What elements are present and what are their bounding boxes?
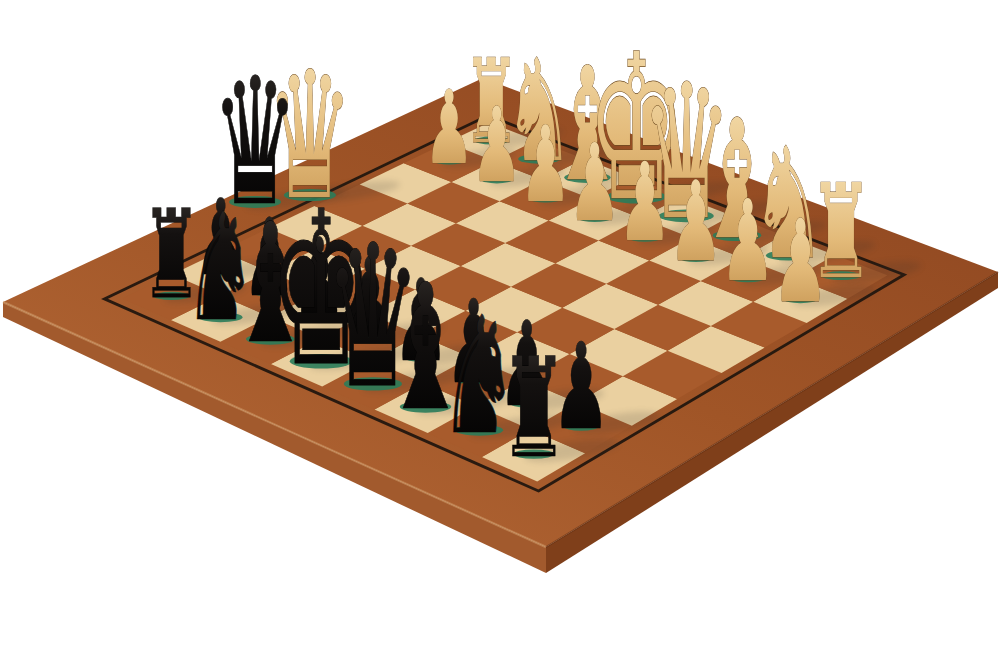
piece-black-rook-a8[interactable]: ♜ [500,327,568,488]
piece-white-pawn-f2[interactable]: ♟ [519,103,571,226]
piece-white-pawn-e2[interactable]: ♟ [568,121,621,245]
piece-white-pawn-c2[interactable]: ♟ [669,157,723,286]
chessboard: ♜♞♟♝♟♛♚♟♛♛♟♝♟♞♟♟♜♟♟♜♟♟♞♟♝♟♚♟♛♟♝♟♞♜ [0,0,1000,656]
piece-white-pawn-a2[interactable]: ♟ [772,194,828,328]
piece-white-pawn-d2[interactable]: ♟ [618,139,672,265]
product-photo-scene: ♜♞♟♝♟♛♚♟♛♛♟♝♟♞♟♟♜♟♟♜♟♟♞♟♝♟♚♟♛♟♝♟♞♜ [0,0,1000,656]
piece-white-pawn-h2[interactable]: ♟ [424,68,474,186]
piece-white-pawn-b2[interactable]: ♟ [720,176,775,306]
piece-white-pawn-g2[interactable]: ♟ [471,85,522,206]
